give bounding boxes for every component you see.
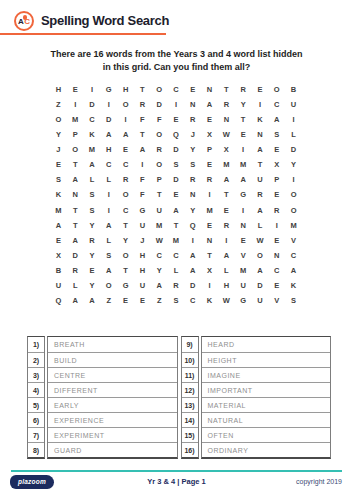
grid-cell-r5c14: E [274, 146, 279, 154]
grid-cell-r11c15: V [291, 237, 296, 245]
grid-cell-r11c13: W [256, 237, 263, 245]
grid-cell-r8c14: E [274, 191, 279, 199]
grid-cell-r11c11: I [225, 237, 227, 245]
grid-cell-r15c4: Z [106, 297, 111, 305]
grid-cell-r3c8: E [173, 116, 178, 124]
grid-cell-r6c4: C [106, 161, 111, 169]
grid-cell-r13c10: X [207, 267, 212, 275]
grid-cell-r6c12: M [240, 161, 246, 169]
grid-cell-r15c1: Q [55, 297, 61, 305]
grid-cell-r14c9: D [190, 282, 195, 290]
grid-cell-r14c3: Y [89, 282, 94, 290]
grid-cell-r10c10: E [207, 222, 212, 230]
grid-cell-r1c3: I [91, 86, 93, 94]
grid-cell-r1c7: O [156, 86, 162, 94]
grid-cell-r2c15: U [291, 101, 296, 109]
grid-cell-r15c13: U [257, 297, 262, 305]
grid-cell-r11c7: W [156, 237, 163, 245]
grid-cell-r7c3: L [90, 176, 95, 184]
grid-cell-r5c13: A [257, 146, 262, 154]
grid-cell-r6c6: I [141, 161, 143, 169]
instructions-text: There are 16 words from the Years 3 and … [46, 48, 308, 74]
grid-cell-r1c1: H [56, 86, 61, 94]
grid-cell-r15c10: K [207, 297, 212, 305]
grid-cell-r10c1: A [56, 222, 61, 230]
grid-cell-r12c8: C [173, 252, 178, 260]
header-underline [0, 33, 166, 35]
grid-cell-r5c1: J [56, 146, 60, 154]
grid-cell-r7c6: F [140, 176, 145, 184]
grid-cell-r4c12: E [241, 131, 246, 139]
grid-cell-r13c3: E [89, 267, 94, 275]
grid-cell-r3c9: R [190, 116, 195, 124]
grid-cell-r10c9: Q [190, 222, 196, 230]
grid-cell-r6c13: T [258, 161, 263, 169]
grid-cell-r11c8: M [173, 237, 179, 245]
grid-cell-r8c6: F [140, 191, 145, 199]
grid-cell-r8c15: O [291, 191, 297, 199]
grid-cell-r9c14: R [274, 207, 279, 215]
grid-cell-r7c15: I [293, 176, 295, 184]
grid-cell-r3c15: I [293, 116, 295, 124]
grid-cell-r1c13: E [257, 86, 262, 94]
grid-cell-r15c14: V [274, 297, 279, 305]
grid-cell-r12c9: A [190, 252, 195, 260]
grid-cell-r15c5: E [123, 297, 128, 305]
grid-cell-r10c2: T [73, 222, 78, 230]
grid-cell-r3c5: I [125, 116, 127, 124]
word-entry: EXPERIMENT [48, 427, 177, 442]
grid-cell-r4c1: Y [56, 131, 61, 139]
word-entry: OFTEN [202, 427, 331, 442]
grid-cell-r1c4: G [106, 86, 112, 94]
grid-cell-r6c15: Y [291, 161, 296, 169]
grid-cell-r14c2: L [73, 282, 78, 290]
grid-cell-r14c1: U [56, 282, 61, 290]
grid-cell-r12c11: A [224, 252, 229, 260]
grid-cell-r14c11: H [224, 282, 229, 290]
grid-cell-r4c10: X [207, 131, 212, 139]
word-number: 3) [28, 367, 44, 382]
grid-cell-r11c10: N [207, 237, 212, 245]
grid-cell-r13c7: Y [157, 267, 162, 275]
grid-cell-r7c2: A [72, 176, 77, 184]
grid-cell-r14c14: E [274, 282, 279, 290]
grid-cell-r7c14: P [274, 176, 279, 184]
grid-cell-r3c2: M [72, 116, 78, 124]
grid-cell-r6c8: S [173, 161, 178, 169]
grid-cell-r6c7: O [156, 161, 162, 169]
word-entry: EXPERIENCE [48, 412, 177, 427]
grid-cell-r4c7: O [156, 131, 162, 139]
grid-cell-r12c6: H [140, 252, 145, 260]
grid-cell-r5c5: E [123, 146, 128, 154]
grid-cell-r13c15: A [291, 267, 296, 275]
grid-cell-r11c3: R [89, 237, 94, 245]
grid-cell-r7c9: R [190, 176, 195, 184]
grid-cell-r11c12: E [241, 237, 246, 245]
grid-cell-r6c11: M [223, 161, 229, 169]
word-entry: IMAGINE [202, 367, 331, 382]
word-entry: BREATH [48, 337, 177, 352]
grid-cell-r7c13: U [257, 176, 262, 184]
grid-cell-r2c12: Y [241, 101, 246, 109]
grid-cell-r2c6: R [140, 101, 145, 109]
grid-cell-r9c6: G [139, 207, 145, 215]
grid-cell-r4c11: W [223, 131, 230, 139]
word-number: 9) [182, 337, 198, 352]
grid-cell-r8c10: I [209, 191, 211, 199]
grid-cell-r12c2: D [72, 252, 77, 260]
grid-cell-r11c5: Y [123, 237, 128, 245]
grid-cell-r15c12: G [240, 297, 246, 305]
grid-cell-r8c4: I [108, 191, 110, 199]
grid-cell-r4c9: J [191, 131, 195, 139]
grid-cell-r12c1: X [56, 252, 61, 260]
grid-cell-r1c14: O [274, 86, 280, 94]
grid-cell-r5c6: A [140, 146, 145, 154]
grid-cell-r5c15: D [291, 146, 296, 154]
grid-cell-r4c3: K [89, 131, 94, 139]
grid-cell-r1c12: R [240, 86, 245, 94]
word-number: 10) [182, 352, 198, 367]
grid-cell-r10c6: U [140, 222, 145, 230]
grid-cell-r10c11: R [224, 222, 229, 230]
grid-cell-r13c14: C [274, 267, 279, 275]
grid-cell-r15c7: Z [157, 297, 162, 305]
grid-cell-r13c13: A [257, 267, 262, 275]
grid-cell-r10c7: M [156, 222, 162, 230]
grid-cell-r14c13: D [257, 282, 262, 290]
grid-cell-r10c8: T [174, 222, 179, 230]
grid-cell-r6c10: E [207, 161, 212, 169]
grid-cell-r2c1: Z [56, 101, 61, 109]
grid-cell-r6c14: X [274, 161, 279, 169]
grid-cell-r4c14: S [274, 131, 279, 139]
grid-cell-r8c9: N [190, 191, 195, 199]
word-table-right-numbers: 9)10)11)12)13)14)15)16) [181, 336, 199, 459]
grid-cell-r8c11: T [224, 191, 229, 199]
word-entry: NATURAL [202, 412, 331, 427]
grid-cell-r1c11: T [224, 86, 229, 94]
word-number: 5) [28, 397, 44, 412]
grid-cell-r1c9: E [190, 86, 195, 94]
grid-cell-r6c9: S [190, 161, 195, 169]
grid-cell-r12c12: V [241, 252, 246, 260]
word-number: 11) [182, 367, 198, 382]
grid-cell-r15c15: S [291, 297, 296, 305]
grid-cell-r7c4: L [106, 176, 111, 184]
grid-cell-r10c3: Y [89, 222, 94, 230]
grid-cell-r1c2: E [73, 86, 78, 94]
abc-icon-letter-c: C [24, 18, 30, 26]
grid-cell-r10c5: T [123, 222, 128, 230]
grid-cell-r5c2: O [72, 146, 78, 154]
page-title: Spelling Word Search [41, 13, 169, 28]
grid-cell-r10c15: M [290, 222, 296, 230]
grid-cell-r14c5: G [123, 282, 129, 290]
word-number: 16) [182, 442, 198, 457]
word-entry: HEARD [202, 337, 331, 352]
word-number: 7) [28, 427, 44, 442]
grid-cell-r2c3: D [89, 101, 94, 109]
word-number: 12) [182, 382, 198, 397]
grid-cell-r15c9: C [190, 297, 195, 305]
grid-cell-r4c13: N [257, 131, 262, 139]
word-number: 4) [28, 382, 44, 397]
grid-cell-r9c8: A [173, 207, 178, 215]
grid-cell-r12c7: C [156, 252, 161, 260]
grid-cell-r7c11: A [224, 176, 229, 184]
grid-cell-r3c14: A [274, 116, 279, 124]
grid-cell-r13c4: A [106, 267, 111, 275]
worksheet-page: { "game": "word-search", "position": "HE… [0, 0, 353, 500]
grid-cell-r7c5: R [123, 176, 128, 184]
grid-cell-r11c1: E [56, 237, 61, 245]
grid-cell-r3c6: F [140, 116, 145, 124]
word-number: 6) [28, 412, 44, 427]
grid-cell-r2c7: D [156, 101, 161, 109]
grid-cell-r4c5: A [123, 131, 128, 139]
grid-cell-r9c5: C [123, 207, 128, 215]
header: A C Spelling Word Search [0, 0, 353, 36]
grid-cell-r1c6: T [140, 86, 145, 94]
word-table-right: 9)10)11)12)13)14)15)16) HEARDHEIGHTIMAGI… [181, 336, 332, 459]
grid-cell-r14c4: O [106, 282, 112, 290]
grid-cell-r5c9: Y [190, 146, 195, 154]
grid-cell-r5c12: I [242, 146, 244, 154]
grid-cell-r12c4: S [106, 252, 111, 260]
grid-cell-r12c5: O [123, 252, 129, 260]
grid-cell-r13c5: T [123, 267, 128, 275]
grid-cell-r14c8: R [173, 282, 178, 290]
grid-cell-r4c15: L [291, 131, 296, 139]
grid-cell-r8c12: G [240, 191, 246, 199]
grid-cell-r4c4: A [106, 131, 111, 139]
grid-cell-r3c10: E [207, 116, 212, 124]
grid-cell-r10c12: N [240, 222, 245, 230]
grid-cell-r9c2: T [73, 207, 78, 215]
grid-cell-r2c14: C [274, 101, 279, 109]
grid-cell-r7c10: R [207, 176, 212, 184]
grid-cell-r14c12: U [240, 282, 245, 290]
word-number: 13) [182, 397, 198, 412]
grid-cell-r9c7: U [156, 207, 161, 215]
word-entry: EARLY [48, 397, 177, 412]
grid-cell-r7c12: A [240, 176, 245, 184]
word-table-left-numbers: 1)2)3)4)5)6)7)8) [27, 336, 45, 459]
grid-cell-r6c5: C [123, 161, 128, 169]
grid-cell-r3c13: K [257, 116, 262, 124]
grid-cell-r11c2: A [72, 237, 77, 245]
grid-cell-r14c10: I [209, 282, 211, 290]
grid-cell-r3c3: C [89, 116, 94, 124]
grid-cell-r1c15: B [291, 86, 296, 94]
grid-cell-r4c8: Q [173, 131, 179, 139]
grid-cell-r15c6: E [140, 297, 145, 305]
grid-cell-r10c13: L [258, 222, 263, 230]
grid-cell-r9c15: O [291, 207, 297, 215]
grid-cell-r9c3: S [89, 207, 94, 215]
grid-cell-r1c10: N [207, 86, 212, 94]
grid-cell-r2c9: N [190, 101, 195, 109]
grid-cell-r11c4: L [106, 237, 111, 245]
grid-cell-r12c10: T [207, 252, 212, 260]
letter-grid: HEIGHTOCENTREOBZIDIORDINARYICUOMCDIFFERE… [50, 82, 302, 308]
grid-cell-r11c6: J [140, 237, 144, 245]
word-table-left: 1)2)3)4)5)6)7)8) BREATHBUILDCENTREDIFFER… [27, 336, 178, 459]
grid-cell-r13c9: A [190, 267, 195, 275]
grid-cell-r6c3: A [89, 161, 94, 169]
grid-cell-r13c1: B [56, 267, 61, 275]
grid-cell-r9c4: I [108, 207, 110, 215]
grid-cell-r5c4: H [106, 146, 111, 154]
word-list: 1)2)3)4)5)6)7)8) BREATHBUILDCENTREDIFFER… [27, 336, 331, 459]
grid-cell-r2c10: A [207, 101, 212, 109]
grid-cell-r8c2: N [72, 191, 77, 199]
word-entry: MATERIAL [202, 397, 331, 412]
word-number: 15) [182, 427, 198, 442]
grid-cell-r3c1: O [55, 116, 61, 124]
grid-cell-r1c5: H [123, 86, 128, 94]
grid-cell-r9c9: Y [190, 207, 195, 215]
grid-cell-r5c3: M [89, 146, 95, 154]
grid-cell-r13c2: R [72, 267, 77, 275]
grid-cell-r11c9: I [192, 237, 194, 245]
grid-cell-r14c7: A [156, 282, 161, 290]
grid-cell-r9c11: E [224, 207, 229, 215]
grid-cell-r8c1: K [56, 191, 61, 199]
word-entry: HEIGHT [202, 352, 331, 367]
word-entry: IMPORTANT [202, 382, 331, 397]
grid-cell-r10c14: I [276, 222, 278, 230]
grid-cell-r3c12: T [241, 116, 246, 124]
grid-cell-r11c14: E [274, 237, 279, 245]
grid-cell-r2c4: I [108, 101, 110, 109]
word-entry: ORDINARY [202, 442, 331, 457]
grid-cell-r5c10: P [207, 146, 212, 154]
grid-cell-r13c12: M [240, 267, 246, 275]
grid-cell-r12c13: O [257, 252, 263, 260]
grid-cell-r13c11: L [224, 267, 229, 275]
spelling-abc-icon: A C [14, 11, 34, 31]
grid-cell-r2c8: I [175, 101, 177, 109]
grid-cell-r14c15: K [291, 282, 296, 290]
grid-cell-r2c2: I [74, 101, 76, 109]
grid-cell-r5c8: D [173, 146, 178, 154]
word-entry: GUARD [48, 442, 177, 457]
word-number: 2) [28, 352, 44, 367]
word-number: 14) [182, 412, 198, 427]
word-number: 1) [28, 337, 44, 352]
grid-cell-r14c6: U [140, 282, 145, 290]
instructions: There are 16 words from the Years 3 and … [0, 48, 353, 74]
grid-cell-r15c3: A [89, 297, 94, 305]
word-entry: DIFFERENT [48, 382, 177, 397]
grid-cell-r7c8: D [173, 176, 178, 184]
word-number: 8) [28, 442, 44, 457]
grid-cell-r13c8: L [174, 267, 179, 275]
grid-cell-r3c11: N [224, 116, 229, 124]
footer-divider [11, 470, 342, 472]
grid-cell-r8c3: S [89, 191, 94, 199]
grid-cell-r12c14: N [274, 252, 279, 260]
grid-cell-r8c7: T [157, 191, 162, 199]
grid-cell-r15c2: A [72, 297, 77, 305]
grid-cell-r3c7: F [157, 116, 162, 124]
grid-cell-r9c10: M [206, 207, 212, 215]
grid-cell-r13c6: H [140, 267, 145, 275]
grid-cell-r5c11: X [224, 146, 229, 154]
grid-cell-r15c11: W [223, 297, 230, 305]
word-table-right-words: HEARDHEIGHTIMAGINEIMPORTANTMATERIALNATUR… [201, 336, 332, 459]
grid-cell-r5c7: R [156, 146, 161, 154]
grid-cell-r4c2: P [73, 131, 78, 139]
grid-cell-r12c3: Y [89, 252, 94, 260]
word-entry: CENTRE [48, 367, 177, 382]
grid-cell-r9c13: A [257, 207, 262, 215]
grid-cell-r2c13: I [259, 101, 261, 109]
grid-cell-r9c1: M [55, 207, 61, 215]
grid-cell-r2c5: O [123, 101, 129, 109]
grid-cell-r9c12: I [242, 207, 244, 215]
grid-cell-r8c8: E [173, 191, 178, 199]
grid-cell-r10c4: A [106, 222, 111, 230]
footer-copyright: copyright 2019 [296, 478, 342, 485]
grid-cell-r3c4: D [106, 116, 111, 124]
grid-cell-r15c8: S [173, 297, 178, 305]
grid-cell-r2c11: R [224, 101, 229, 109]
word-entry: BUILD [48, 352, 177, 367]
grid-cell-r6c1: E [56, 161, 61, 169]
grid-cell-r8c13: R [257, 191, 262, 199]
grid-cell-r7c1: S [56, 176, 61, 184]
word-table-left-words: BREATHBUILDCENTREDIFFERENTEARLYEXPERIENC… [47, 336, 178, 459]
grid-cell-r8c5: O [123, 191, 129, 199]
grid-cell-r12c15: C [291, 252, 296, 260]
grid-cell-r7c7: P [157, 176, 162, 184]
grid-cell-r4c6: T [140, 131, 145, 139]
grid-cell-r6c2: T [73, 161, 78, 169]
grid-cell-r1c8: C [173, 86, 178, 94]
